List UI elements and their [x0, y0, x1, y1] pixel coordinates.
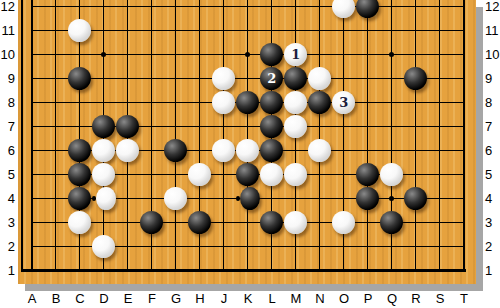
intersection-N6[interactable] [308, 139, 332, 163]
intersection-F1[interactable] [140, 259, 164, 283]
black-stone-H3[interactable] [188, 211, 211, 234]
intersection-H10[interactable] [188, 43, 212, 67]
intersection-O4[interactable] [332, 187, 356, 211]
intersection-F11[interactable] [140, 19, 164, 43]
intersection-G4[interactable] [164, 187, 188, 211]
intersection-Q8[interactable] [380, 91, 404, 115]
intersection-T3[interactable] [452, 211, 476, 235]
intersection-N2[interactable] [308, 235, 332, 259]
intersection-P10[interactable] [356, 43, 380, 67]
intersection-P9[interactable] [356, 67, 380, 91]
white-stone-N6[interactable] [308, 139, 331, 162]
intersection-E5[interactable] [116, 163, 140, 187]
black-stone-L7[interactable] [260, 115, 283, 138]
intersection-J9[interactable] [212, 67, 236, 91]
intersection-G7[interactable] [164, 115, 188, 139]
black-stone-P12[interactable] [356, 0, 379, 18]
black-stone-R4[interactable] [404, 187, 427, 210]
white-stone-O8[interactable]: 3 [332, 91, 355, 114]
intersection-D2[interactable] [92, 235, 116, 259]
intersection-S12[interactable] [428, 0, 452, 19]
intersection-G2[interactable] [164, 235, 188, 259]
intersection-K4[interactable] [236, 187, 260, 211]
black-stone-E7[interactable] [116, 115, 139, 138]
row-label-right-11: 11 [485, 23, 500, 39]
intersection-C5[interactable] [68, 163, 92, 187]
intersection-M12[interactable] [284, 0, 308, 19]
intersection-Q4[interactable] [380, 187, 404, 211]
intersection-L6[interactable] [260, 139, 284, 163]
col-label-H: H [191, 291, 209, 307]
intersection-E3[interactable] [116, 211, 140, 235]
white-stone-K6[interactable] [236, 139, 259, 162]
intersection-S6[interactable] [428, 139, 452, 163]
intersection-M8[interactable] [284, 91, 308, 115]
intersection-L7[interactable] [260, 115, 284, 139]
intersection-E11[interactable] [116, 19, 140, 43]
white-stone-E6[interactable] [116, 139, 139, 162]
intersection-B4[interactable] [44, 187, 68, 211]
intersection-O3[interactable] [332, 211, 356, 235]
intersection-L3[interactable] [260, 211, 284, 235]
row-label-right-1: 1 [485, 263, 500, 279]
intersection-J4[interactable] [212, 187, 236, 211]
intersection-B10[interactable] [44, 43, 68, 67]
intersection-E9[interactable] [116, 67, 140, 91]
white-stone-C11[interactable] [68, 19, 91, 42]
white-stone-D6[interactable] [92, 139, 115, 162]
intersection-A12[interactable] [20, 0, 44, 19]
intersection-K7[interactable] [236, 115, 260, 139]
intersection-F2[interactable] [140, 235, 164, 259]
intersection-P1[interactable] [356, 259, 380, 283]
intersection-R7[interactable] [404, 115, 428, 139]
black-stone-R9[interactable] [404, 67, 427, 90]
row-label-left-2: 2 [0, 239, 15, 255]
intersection-H11[interactable] [188, 19, 212, 43]
intersection-D10[interactable] [92, 43, 116, 67]
row-label-right-2: 2 [485, 239, 500, 255]
intersection-D9[interactable] [92, 67, 116, 91]
row-label-right-4: 4 [485, 191, 500, 207]
white-stone-J6[interactable] [212, 139, 235, 162]
intersection-C7[interactable] [68, 115, 92, 139]
intersection-P3[interactable] [356, 211, 380, 235]
intersection-L1[interactable] [260, 259, 284, 283]
intersection-P2[interactable] [356, 235, 380, 259]
intersection-H8[interactable] [188, 91, 212, 115]
intersection-N7[interactable] [308, 115, 332, 139]
intersection-A11[interactable] [20, 19, 44, 43]
white-stone-M3[interactable] [284, 211, 307, 234]
intersection-E2[interactable] [116, 235, 140, 259]
intersection-S4[interactable] [428, 187, 452, 211]
intersection-B12[interactable] [44, 0, 68, 19]
white-stone-D5[interactable] [92, 163, 115, 186]
intersection-N5[interactable] [308, 163, 332, 187]
intersection-D8[interactable] [92, 91, 116, 115]
black-stone-Q3[interactable] [380, 211, 403, 234]
intersection-M6[interactable] [284, 139, 308, 163]
intersection-C12[interactable] [68, 0, 92, 19]
intersection-O10[interactable] [332, 43, 356, 67]
intersection-B8[interactable] [44, 91, 68, 115]
intersection-J10[interactable] [212, 43, 236, 67]
intersection-H1[interactable] [188, 259, 212, 283]
intersection-C9[interactable] [68, 67, 92, 91]
intersection-E7[interactable] [116, 115, 140, 139]
intersection-T6[interactable] [452, 139, 476, 163]
intersection-J7[interactable] [212, 115, 236, 139]
intersection-L9[interactable]: 2 [260, 67, 284, 91]
intersection-L5[interactable] [260, 163, 284, 187]
intersection-K6[interactable] [236, 139, 260, 163]
intersection-R4[interactable] [404, 187, 428, 211]
intersection-D1[interactable] [92, 259, 116, 283]
white-stone-J8[interactable] [212, 91, 235, 114]
intersection-C11[interactable] [68, 19, 92, 43]
white-stone-H5[interactable] [188, 163, 211, 186]
intersection-L12[interactable] [260, 0, 284, 19]
intersection-C10[interactable] [68, 43, 92, 67]
intersection-M9[interactable] [284, 67, 308, 91]
white-stone-O12[interactable] [332, 0, 355, 18]
intersection-G9[interactable] [164, 67, 188, 91]
intersection-F8[interactable] [140, 91, 164, 115]
intersection-M11[interactable] [284, 19, 308, 43]
intersection-J3[interactable] [212, 211, 236, 235]
col-label-C: C [71, 291, 89, 307]
intersection-N1[interactable] [308, 259, 332, 283]
col-label-O: O [335, 291, 353, 307]
intersection-N8[interactable] [308, 91, 332, 115]
intersection-R11[interactable] [404, 19, 428, 43]
white-stone-J9[interactable] [212, 67, 235, 90]
intersection-A9[interactable] [20, 67, 44, 91]
intersection-H9[interactable] [188, 67, 212, 91]
intersection-P7[interactable] [356, 115, 380, 139]
intersection-D6[interactable] [92, 139, 116, 163]
intersection-F5[interactable] [140, 163, 164, 187]
intersection-O11[interactable] [332, 19, 356, 43]
row-label-left-9: 9 [0, 71, 15, 87]
intersection-E6[interactable] [116, 139, 140, 163]
intersection-Q2[interactable] [380, 235, 404, 259]
intersection-R9[interactable] [404, 67, 428, 91]
white-stone-M8[interactable] [284, 91, 307, 114]
intersection-D12[interactable] [92, 0, 116, 19]
intersection-T10[interactable] [452, 43, 476, 67]
black-stone-F3[interactable] [140, 211, 163, 234]
intersection-K9[interactable] [236, 67, 260, 91]
intersection-K10[interactable] [236, 43, 260, 67]
intersection-G12[interactable] [164, 0, 188, 19]
white-stone-D4[interactable] [96, 187, 116, 210]
col-label-A: A [23, 291, 41, 307]
intersection-A3[interactable] [20, 211, 44, 235]
intersection-B5[interactable] [44, 163, 68, 187]
intersection-S7[interactable] [428, 115, 452, 139]
black-stone-G6[interactable] [164, 139, 187, 162]
intersection-F10[interactable] [140, 43, 164, 67]
intersection-Q12[interactable] [380, 0, 404, 19]
black-stone-P4[interactable] [356, 187, 379, 210]
col-label-D: D [95, 291, 113, 307]
intersection-N9[interactable] [308, 67, 332, 91]
col-label-K: K [239, 291, 257, 307]
intersection-T4[interactable] [452, 187, 476, 211]
intersection-S2[interactable] [428, 235, 452, 259]
black-stone-C9[interactable] [68, 67, 91, 90]
intersection-S3[interactable] [428, 211, 452, 235]
intersection-K11[interactable] [236, 19, 260, 43]
intersection-P4[interactable] [356, 187, 380, 211]
intersection-M7[interactable] [284, 115, 308, 139]
white-stone-D2[interactable] [92, 235, 115, 258]
col-label-L: L [263, 291, 281, 307]
intersection-O9[interactable] [332, 67, 356, 91]
intersection-R12[interactable] [404, 0, 428, 19]
row-label-left-3: 3 [0, 215, 15, 231]
intersection-D4[interactable] [92, 187, 116, 211]
intersection-A2[interactable] [20, 235, 44, 259]
intersection-E8[interactable] [116, 91, 140, 115]
intersection-J12[interactable] [212, 0, 236, 19]
intersection-T11[interactable] [452, 19, 476, 43]
intersection-J2[interactable] [212, 235, 236, 259]
intersection-B1[interactable] [44, 259, 68, 283]
intersection-B11[interactable] [44, 19, 68, 43]
intersection-C4[interactable] [68, 187, 92, 211]
intersection-D3[interactable] [92, 211, 116, 235]
intersection-H7[interactable] [188, 115, 212, 139]
intersection-Q5[interactable] [380, 163, 404, 187]
intersection-N10[interactable] [308, 43, 332, 67]
intersection-E4[interactable] [116, 187, 140, 211]
intersection-N4[interactable] [308, 187, 332, 211]
intersection-H3[interactable] [188, 211, 212, 235]
intersection-R2[interactable] [404, 235, 428, 259]
black-stone-K4[interactable] [240, 187, 260, 210]
intersection-T8[interactable] [452, 91, 476, 115]
intersection-A6[interactable] [20, 139, 44, 163]
intersection-E12[interactable] [116, 0, 140, 19]
black-stone-C6[interactable] [68, 139, 91, 162]
white-stone-M10[interactable]: 1 [284, 43, 307, 66]
intersection-N3[interactable] [308, 211, 332, 235]
intersection-G10[interactable] [164, 43, 188, 67]
intersection-K2[interactable] [236, 235, 260, 259]
black-stone-L8[interactable] [260, 91, 283, 114]
intersection-T1[interactable] [452, 259, 476, 283]
black-stone-L10[interactable] [260, 43, 283, 66]
intersection-J6[interactable] [212, 139, 236, 163]
intersection-P8[interactable] [356, 91, 380, 115]
intersection-S5[interactable] [428, 163, 452, 187]
intersection-C3[interactable] [68, 211, 92, 235]
go-board: 123 [18, 0, 476, 284]
intersection-G8[interactable] [164, 91, 188, 115]
intersection-T2[interactable] [452, 235, 476, 259]
intersection-Q6[interactable] [380, 139, 404, 163]
intersection-R5[interactable] [404, 163, 428, 187]
intersection-Q7[interactable] [380, 115, 404, 139]
intersection-J8[interactable] [212, 91, 236, 115]
intersection-D5[interactable] [92, 163, 116, 187]
black-stone-K5[interactable] [236, 163, 259, 186]
white-stone-C3[interactable] [68, 211, 91, 234]
white-stone-M5[interactable] [284, 163, 307, 186]
intersection-M10[interactable]: 1 [284, 43, 308, 67]
intersection-O1[interactable] [332, 259, 356, 283]
black-stone-C4[interactable] [68, 187, 91, 210]
intersection-H4[interactable] [188, 187, 212, 211]
intersection-R1[interactable] [404, 259, 428, 283]
intersection-B6[interactable] [44, 139, 68, 163]
intersection-A7[interactable] [20, 115, 44, 139]
intersection-R3[interactable] [404, 211, 428, 235]
col-label-B: B [47, 291, 65, 307]
intersection-H2[interactable] [188, 235, 212, 259]
intersection-M5[interactable] [284, 163, 308, 187]
intersection-O5[interactable] [332, 163, 356, 187]
intersection-H6[interactable] [188, 139, 212, 163]
intersection-H12[interactable] [188, 0, 212, 19]
white-stone-L5[interactable] [260, 163, 283, 186]
white-stone-O3[interactable] [332, 211, 355, 234]
intersection-B3[interactable] [44, 211, 68, 235]
intersection-R8[interactable] [404, 91, 428, 115]
intersection-F6[interactable] [140, 139, 164, 163]
row-label-right-5: 5 [485, 167, 500, 183]
white-stone-N9[interactable] [308, 67, 331, 90]
intersection-C1[interactable] [68, 259, 92, 283]
black-stone-K8[interactable] [236, 91, 259, 114]
intersection-J1[interactable] [212, 259, 236, 283]
intersection-D7[interactable] [92, 115, 116, 139]
intersection-F7[interactable] [140, 115, 164, 139]
intersection-M1[interactable] [284, 259, 308, 283]
intersection-Q1[interactable] [380, 259, 404, 283]
intersection-P6[interactable] [356, 139, 380, 163]
intersection-F9[interactable] [140, 67, 164, 91]
intersection-A4[interactable] [20, 187, 44, 211]
intersection-S8[interactable] [428, 91, 452, 115]
intersection-O2[interactable] [332, 235, 356, 259]
intersection-O8[interactable]: 3 [332, 91, 356, 115]
black-stone-L9[interactable]: 2 [260, 67, 283, 90]
intersection-R6[interactable] [404, 139, 428, 163]
intersection-G3[interactable] [164, 211, 188, 235]
intersection-G11[interactable] [164, 19, 188, 43]
intersection-K1[interactable] [236, 259, 260, 283]
black-stone-C5[interactable] [68, 163, 91, 186]
intersection-L2[interactable] [260, 235, 284, 259]
intersection-C2[interactable] [68, 235, 92, 259]
intersection-T9[interactable] [452, 67, 476, 91]
black-stone-L3[interactable] [260, 211, 283, 234]
intersection-G1[interactable] [164, 259, 188, 283]
intersection-N11[interactable] [308, 19, 332, 43]
black-stone-N8[interactable] [308, 91, 331, 114]
intersection-O12[interactable] [332, 0, 356, 19]
intersection-J5[interactable] [212, 163, 236, 187]
intersection-S11[interactable] [428, 19, 452, 43]
intersection-P12[interactable] [356, 0, 380, 19]
intersection-A5[interactable] [20, 163, 44, 187]
intersection-A10[interactable] [20, 43, 44, 67]
intersection-P11[interactable] [356, 19, 380, 43]
intersection-A1[interactable] [20, 259, 44, 283]
intersection-L8[interactable] [260, 91, 284, 115]
intersection-F12[interactable] [140, 0, 164, 19]
intersection-K12[interactable] [236, 0, 260, 19]
intersection-M4[interactable] [284, 187, 308, 211]
intersection-E10[interactable] [116, 43, 140, 67]
intersection-E1[interactable] [116, 259, 140, 283]
intersection-A8[interactable] [20, 91, 44, 115]
intersection-B7[interactable] [44, 115, 68, 139]
intersection-J11[interactable] [212, 19, 236, 43]
intersection-G5[interactable] [164, 163, 188, 187]
intersection-Q11[interactable] [380, 19, 404, 43]
white-stone-Q5[interactable] [380, 163, 403, 186]
intersection-B2[interactable] [44, 235, 68, 259]
white-stone-M7[interactable] [284, 115, 307, 138]
intersection-M2[interactable] [284, 235, 308, 259]
intersection-R10[interactable] [404, 43, 428, 67]
intersection-L4[interactable] [260, 187, 284, 211]
white-stone-G4[interactable] [164, 187, 187, 210]
intersection-S1[interactable] [428, 259, 452, 283]
black-stone-L6[interactable] [260, 139, 283, 162]
intersection-C6[interactable] [68, 139, 92, 163]
intersection-O6[interactable] [332, 139, 356, 163]
intersection-T7[interactable] [452, 115, 476, 139]
intersection-K8[interactable] [236, 91, 260, 115]
col-label-Q: Q [383, 291, 401, 307]
intersection-L11[interactable] [260, 19, 284, 43]
col-label-J: J [215, 291, 233, 307]
row-label-right-3: 3 [485, 215, 500, 231]
intersection-Q9[interactable] [380, 67, 404, 91]
intersection-D11[interactable] [92, 19, 116, 43]
row-label-left-11: 11 [0, 23, 15, 39]
intersection-Q10[interactable] [380, 43, 404, 67]
intersection-F3[interactable] [140, 211, 164, 235]
intersection-C8[interactable] [68, 91, 92, 115]
black-stone-M9[interactable] [284, 67, 307, 90]
intersection-N12[interactable] [308, 0, 332, 19]
intersection-S9[interactable] [428, 67, 452, 91]
intersection-Q3[interactable] [380, 211, 404, 235]
intersection-K5[interactable] [236, 163, 260, 187]
intersection-P5[interactable] [356, 163, 380, 187]
intersection-M3[interactable] [284, 211, 308, 235]
intersection-L10[interactable] [260, 43, 284, 67]
intersection-O7[interactable] [332, 115, 356, 139]
intersection-H5[interactable] [188, 163, 212, 187]
intersection-S10[interactable] [428, 43, 452, 67]
intersection-K3[interactable] [236, 211, 260, 235]
intersection-T5[interactable] [452, 163, 476, 187]
intersection-G6[interactable] [164, 139, 188, 163]
black-stone-P5[interactable] [356, 163, 379, 186]
black-stone-D7[interactable] [92, 115, 115, 138]
intersection-T12[interactable] [452, 0, 476, 19]
intersection-B9[interactable] [44, 67, 68, 91]
intersection-F4[interactable] [140, 187, 164, 211]
